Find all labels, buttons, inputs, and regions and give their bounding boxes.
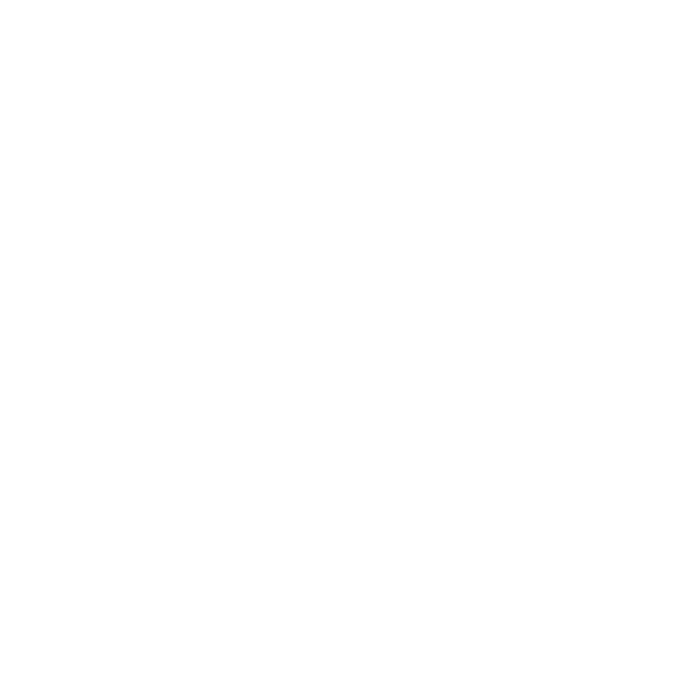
chess-box-photo-scene — [0, 0, 700, 700]
chess-box — [0, 0, 700, 700]
